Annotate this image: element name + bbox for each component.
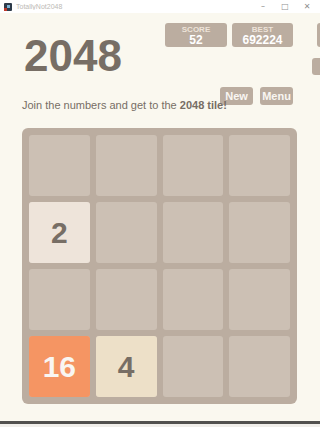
app-window: TotallyNot2048 – □ ✕ 2048 SCORE 52 BEST … — [0, 0, 320, 427]
window-controls: – □ ✕ — [252, 0, 318, 13]
board-cell-r2c3 — [163, 202, 224, 263]
subtitle-text: Join the numbers and get to the — [22, 99, 180, 111]
board-cell-r2c2 — [96, 202, 157, 263]
minimize-icon[interactable]: – — [252, 0, 274, 13]
score-value: 52 — [189, 34, 202, 46]
board-cell-r4c2: 4 — [96, 336, 157, 397]
tile-4: 4 — [96, 336, 157, 397]
tile-2: 2 — [29, 202, 90, 263]
board-cell-r2c4 — [229, 202, 290, 263]
close-icon[interactable]: ✕ — [296, 0, 318, 13]
board-cell-r3c2 — [96, 269, 157, 330]
clipped-box-lower — [312, 58, 320, 75]
board-cell-r1c2 — [96, 135, 157, 196]
board-cell-r3c3 — [163, 269, 224, 330]
tile-16: 16 — [29, 336, 90, 397]
board-cell-r3c1 — [29, 269, 90, 330]
subtitle: Join the numbers and get to the 2048 til… — [22, 98, 227, 112]
best-box: BEST 692224 — [232, 23, 293, 47]
page-title: 2048 — [24, 36, 122, 76]
board-cell-r4c4 — [229, 336, 290, 397]
board-cell-r1c4 — [229, 135, 290, 196]
board-cell-r2c1: 2 — [29, 202, 90, 263]
window-title: TotallyNot2048 — [16, 3, 252, 10]
menu-button[interactable]: Menu — [260, 87, 293, 105]
score-box: SCORE 52 — [165, 23, 227, 47]
maximize-icon[interactable]: □ — [274, 0, 296, 13]
best-value: 692224 — [242, 34, 282, 46]
board-cell-r3c4 — [229, 269, 290, 330]
board-cell-r1c3 — [163, 135, 224, 196]
board-cell-r1c1 — [29, 135, 90, 196]
board[interactable]: 2164 — [22, 128, 297, 404]
board-cell-r4c3 — [163, 336, 224, 397]
board-cell-r4c1: 16 — [29, 336, 90, 397]
title-bar: TotallyNot2048 – □ ✕ — [0, 0, 320, 13]
subtitle-goal: 2048 tile! — [180, 99, 227, 111]
app-icon — [4, 3, 12, 11]
